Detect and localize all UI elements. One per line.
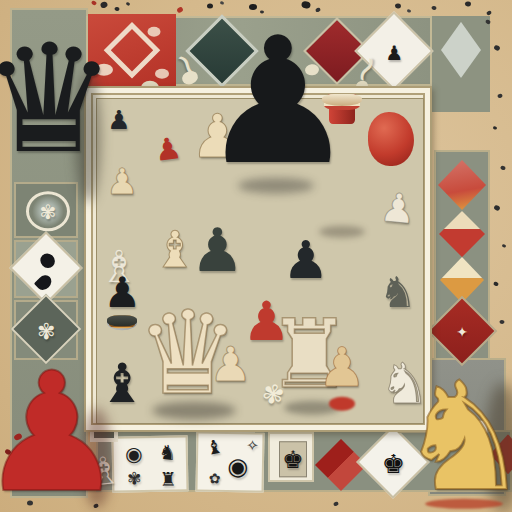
yellow-knight[interactable]: ♞ [397, 362, 512, 512]
black-queen[interactable]: ♛ [0, 24, 116, 174]
chess-artwork-canvas: ♟~~✾✾✦◉♞✾♜♝◉✧✿♚♚♗ ♟♟♟♟♟♗♟♝♟♟♞♛♟♟♜♟♝✾♞ ♛♟… [0, 0, 512, 512]
red-queen[interactable]: ♟ [0, 351, 126, 512]
black-king-tall[interactable]: ♟ [200, 14, 357, 189]
border-pieces-layer: ♛♟♟♞ [0, 0, 512, 512]
